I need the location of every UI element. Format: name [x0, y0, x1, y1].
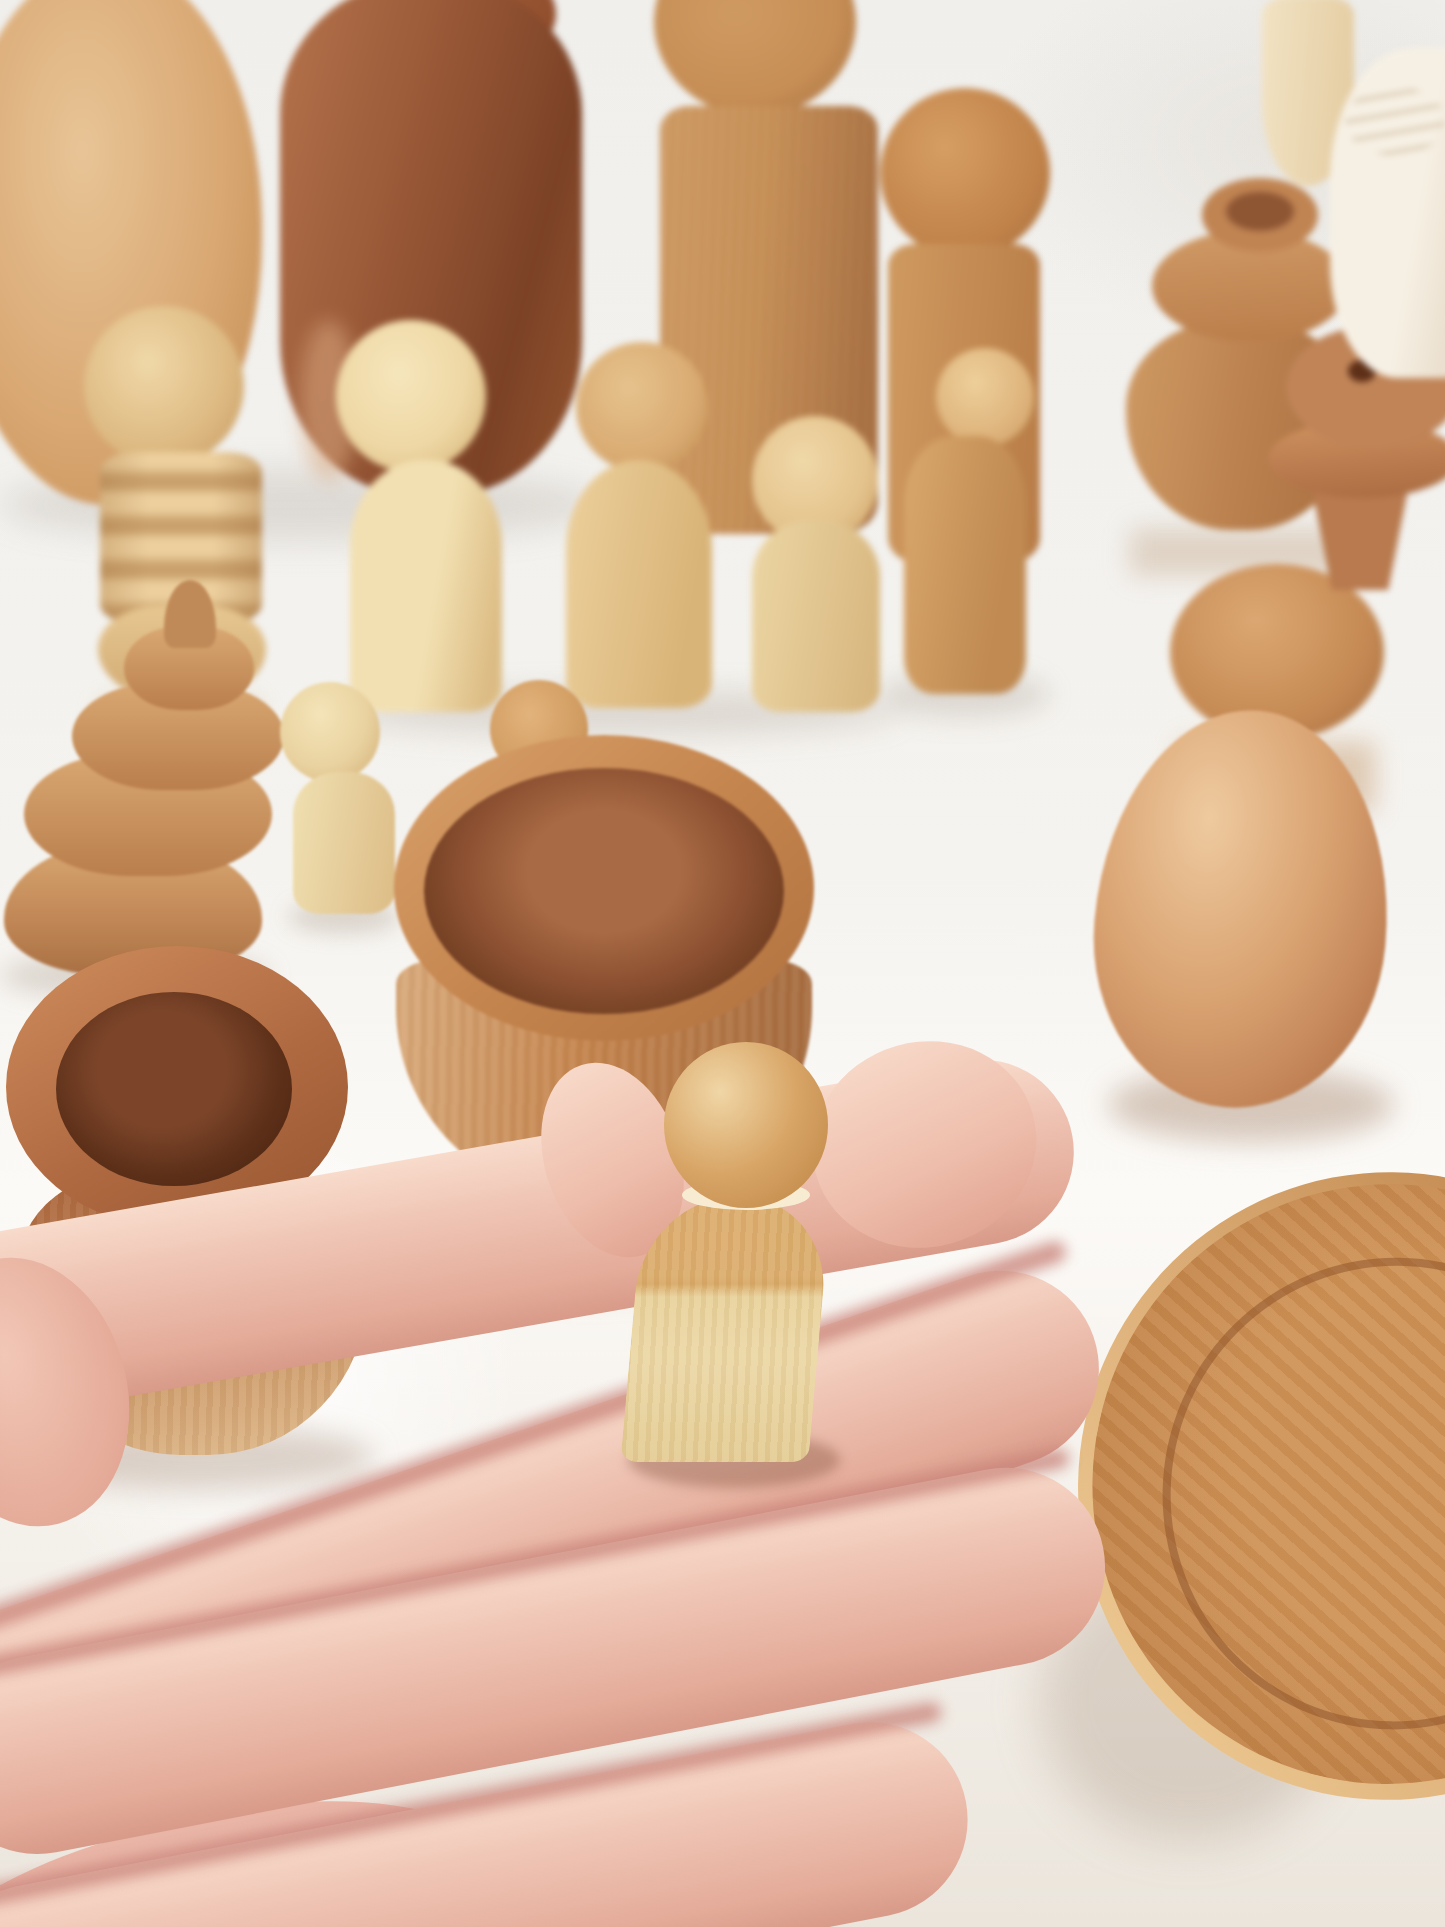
tall-cylinder-doll-head	[654, 0, 856, 116]
cream-doll-front-left-head	[336, 320, 486, 472]
small-cream-doll-body	[293, 772, 395, 914]
egg-cup-interior	[424, 768, 784, 1014]
center-front-doll-head	[576, 342, 708, 472]
center-front-doll2-body	[752, 520, 880, 712]
center-front-doll-body	[566, 460, 712, 708]
stacked-snowman-hollow-top	[1202, 178, 1318, 252]
cream-doll-front-left-body	[350, 460, 502, 712]
held-doll-head	[664, 1042, 828, 1208]
caramel-peg-doll-head	[880, 88, 1050, 258]
small-cream-doll-head	[280, 682, 380, 782]
wooden-pot-opening	[56, 992, 292, 1186]
small-doll-front-of-caramel-head	[936, 348, 1034, 446]
photo-stage	[0, 0, 1445, 1927]
ribbed-peg-doll-head	[84, 306, 244, 466]
ivory-piece-grooves	[1345, 86, 1445, 156]
small-doll-front-of-caramel-body	[904, 436, 1026, 694]
